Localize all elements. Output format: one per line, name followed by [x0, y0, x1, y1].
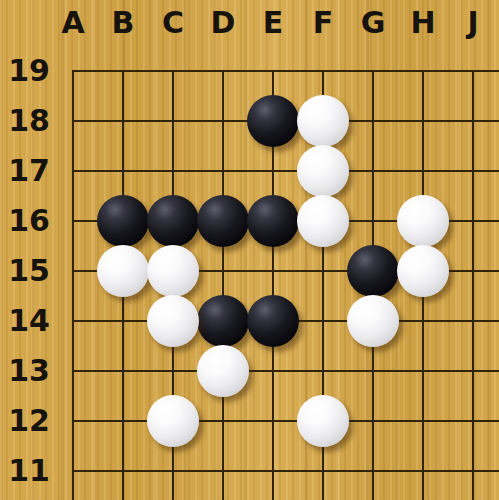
- white-stone-C15: [147, 245, 199, 297]
- column-label-H: H: [398, 5, 448, 41]
- grid-cell-F15: [298, 246, 348, 296]
- go-board-diagram: ABCDEFGHJ 191817161514131211: [0, 0, 499, 500]
- white-stone-H16: [397, 195, 449, 247]
- grid-cell-C17: [148, 146, 198, 196]
- column-label-A: A: [48, 5, 98, 41]
- column-label-C: C: [148, 5, 198, 41]
- column-label-F: F: [298, 5, 348, 41]
- grid-cell-H17: [398, 146, 448, 196]
- grid-cell-D15: [198, 246, 248, 296]
- row-label-13: 13: [0, 353, 58, 389]
- grid-cell-H14: [398, 296, 448, 346]
- white-stone-F12: [297, 395, 349, 447]
- column-label-B: B: [98, 5, 148, 41]
- grid-cell-E11: [248, 446, 298, 500]
- grid-cell-H11: [398, 446, 448, 500]
- black-stone-E14: [247, 295, 299, 347]
- row-label-16: 16: [0, 203, 58, 239]
- black-stone-D14: [197, 295, 249, 347]
- grid-cell-B18: [98, 96, 148, 146]
- grid-cell-H18: [398, 96, 448, 146]
- grid-cell-F11: [298, 446, 348, 500]
- grid-cell-H19: [398, 46, 448, 96]
- grid-cell-J15: [448, 246, 499, 296]
- grid-cell-D17: [198, 146, 248, 196]
- grid-cell-E13: [248, 346, 298, 396]
- grid-cell-B12: [98, 396, 148, 446]
- white-stone-F18: [297, 95, 349, 147]
- grid-cell-D19: [198, 46, 248, 96]
- grid-cell-C18: [148, 96, 198, 146]
- row-label-19: 19: [0, 53, 58, 89]
- grid-cell-G11: [348, 446, 398, 500]
- column-label-J: J: [448, 5, 498, 41]
- white-stone-F16: [297, 195, 349, 247]
- black-stone-E18: [247, 95, 299, 147]
- grid-cell-G13: [348, 346, 398, 396]
- grid-cell-J18: [448, 96, 499, 146]
- grid-cell-C13: [148, 346, 198, 396]
- grid-cell-E19: [248, 46, 298, 96]
- grid-cell-G12: [348, 396, 398, 446]
- grid-cell-B19: [98, 46, 148, 96]
- grid-cell-H12: [398, 396, 448, 446]
- grid-cell-F19: [298, 46, 348, 96]
- grid-cell-J16: [448, 196, 499, 246]
- grid-cell-F13: [298, 346, 348, 396]
- grid-cell-G16: [348, 196, 398, 246]
- grid-cell-B17: [98, 146, 148, 196]
- grid-cell-G17: [348, 146, 398, 196]
- grid-cell-H13: [398, 346, 448, 396]
- row-label-17: 17: [0, 153, 58, 189]
- grid-cell-J17: [448, 146, 499, 196]
- row-label-14: 14: [0, 303, 58, 339]
- grid-cell-J11: [448, 446, 499, 500]
- grid-cell-B14: [98, 296, 148, 346]
- column-label-G: G: [348, 5, 398, 41]
- grid-cell-D11: [198, 446, 248, 500]
- white-stone-G14: [347, 295, 399, 347]
- black-stone-E16: [247, 195, 299, 247]
- grid-cell-C19: [148, 46, 198, 96]
- black-stone-D16: [197, 195, 249, 247]
- white-stone-D13: [197, 345, 249, 397]
- white-stone-C14: [147, 295, 199, 347]
- grid-cell-E17: [248, 146, 298, 196]
- row-label-18: 18: [0, 103, 58, 139]
- grid-cell-C11: [148, 446, 198, 500]
- grid-cell-J14: [448, 296, 499, 346]
- grid-cell-D12: [198, 396, 248, 446]
- column-label-E: E: [248, 5, 298, 41]
- grid-cell-E12: [248, 396, 298, 446]
- black-stone-G15: [347, 245, 399, 297]
- row-label-12: 12: [0, 403, 58, 439]
- grid-cell-F14: [298, 296, 348, 346]
- grid-cell-D18: [198, 96, 248, 146]
- column-label-D: D: [198, 5, 248, 41]
- row-label-15: 15: [0, 253, 58, 289]
- grid-cell-G19: [348, 46, 398, 96]
- white-stone-H15: [397, 245, 449, 297]
- grid-cell-J12: [448, 396, 499, 446]
- grid-cell-J13: [448, 346, 499, 396]
- grid-cell-E15: [248, 246, 298, 296]
- black-stone-C16: [147, 195, 199, 247]
- white-stone-C12: [147, 395, 199, 447]
- row-label-11: 11: [0, 453, 58, 489]
- grid-cell-B13: [98, 346, 148, 396]
- white-stone-F17: [297, 145, 349, 197]
- white-stone-B15: [97, 245, 149, 297]
- black-stone-B16: [97, 195, 149, 247]
- grid-cell-G18: [348, 96, 398, 146]
- grid-cell-J19: [448, 46, 499, 96]
- grid-cell-B11: [98, 446, 148, 500]
